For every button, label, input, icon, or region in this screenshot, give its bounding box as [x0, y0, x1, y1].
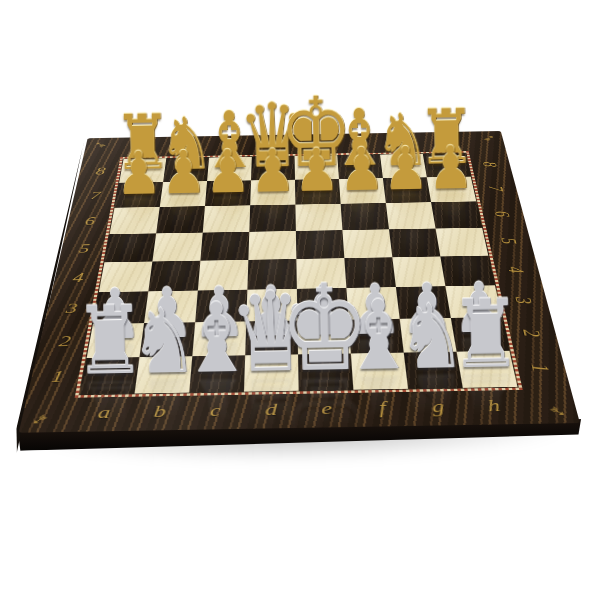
piece-black-pawn-b7[interactable]: ♟ — [160, 142, 206, 202]
board-perspective-wrapper: abcdefgh8877665544332211➳➳➳➳ ♜♜♞♞♝♝♛♛♚♚♝… — [0, 0, 592, 592]
piece-white-rook-h1[interactable]: ♜ — [449, 287, 522, 382]
piece-black-pawn-c7[interactable]: ♟ — [205, 142, 251, 202]
piece-black-pawn-h7[interactable]: ♟ — [428, 138, 474, 198]
piece-black-pawn-e7[interactable]: ♟ — [294, 140, 340, 200]
piece-black-pawn-d7[interactable]: ♟ — [249, 141, 295, 201]
piece-black-pawn-g7[interactable]: ♟ — [383, 138, 429, 198]
piece-black-pawn-a7[interactable]: ♟ — [116, 143, 162, 203]
piece-black-pawn-f7[interactable]: ♟ — [339, 139, 385, 199]
photo-scene: abcdefgh8877665544332211➳➳➳➳ ♜♜♞♞♝♝♛♛♚♚♝… — [0, 0, 592, 592]
pieces-layer: ♜♜♞♞♝♝♛♛♚♚♝♝♞♞♜♜♟♟♟♟♟♟♟♟♟♟♟♟♟♟♟♟♟♟♟♟♟♟♟♟… — [0, 0, 592, 592]
